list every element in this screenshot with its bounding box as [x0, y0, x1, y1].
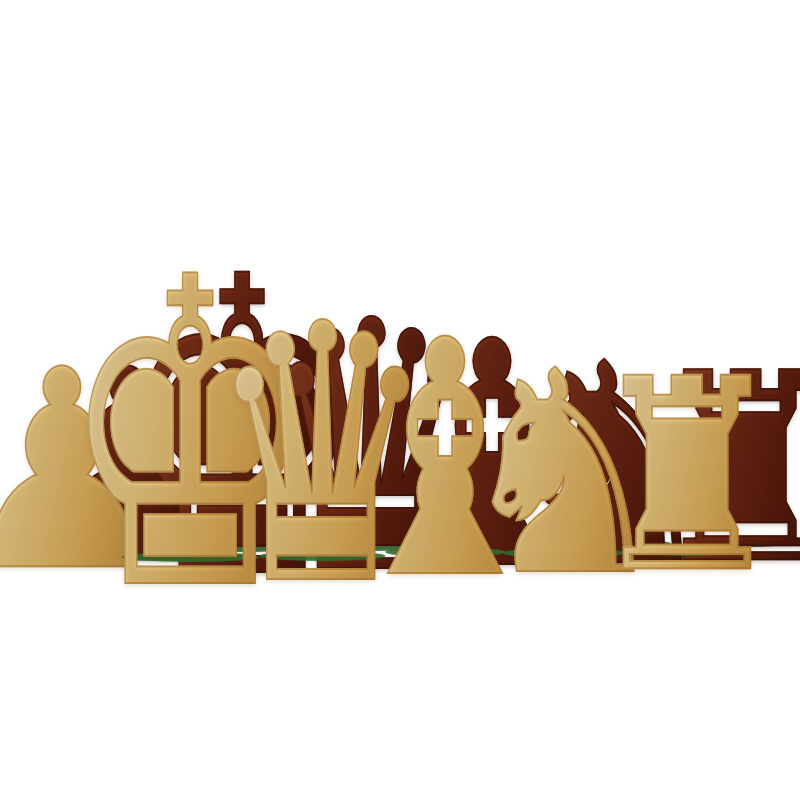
- piece-white-rook: ♜: [568, 344, 800, 552]
- chess-pieces-photo: ♟♟♚♚♛♛♝♝♞♞♜♜: [0, 0, 800, 800]
- boxwood-rook-glyph: ♜: [586, 344, 788, 609]
